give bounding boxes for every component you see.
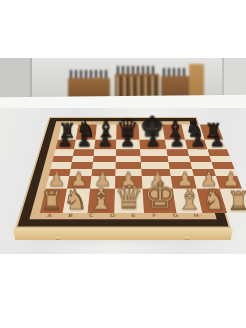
photo-content: ♜♞♝♛♚♝♞♜♟♟♟♟♟♟♟♟♟♟♟♟♟♟♟♟♜♞♝♛♚♝♞♜ ABCDEFG…	[0, 58, 246, 254]
square-d8: ♛	[116, 125, 139, 140]
file-label-f: F	[144, 213, 166, 219]
background-chess-set	[68, 78, 110, 98]
folding-box-side-edge	[13, 228, 233, 240]
file-label-a: A	[38, 213, 60, 219]
square-d4	[116, 162, 141, 169]
piece-white-bishop: ♝	[88, 184, 114, 214]
square-c2: ♟	[90, 176, 115, 189]
background-chess-box	[189, 64, 204, 98]
square-c7: ♟	[94, 140, 116, 150]
square-c8: ♝	[95, 125, 116, 140]
piece-white-king: ♚	[143, 178, 175, 214]
piece-white-pawn: ♟	[120, 170, 137, 189]
file-label-b: B	[59, 213, 81, 219]
miniature-pieces	[117, 66, 157, 74]
square-f2: ♟	[170, 176, 197, 189]
square-h8: ♜	[200, 125, 223, 140]
piece-white-knight: ♞	[63, 186, 88, 214]
file-label-d: D	[102, 213, 123, 219]
square-a2: ♟	[46, 176, 70, 189]
piece-white-pawn: ♟	[176, 170, 193, 189]
square-e1: ♚	[142, 189, 176, 213]
board-squares: ♜♞♝♛♚♝♞♜♟♟♟♟♟♟♟♟♟♟♟♟♟♟♟♟♜♞♝♛♚♝♞♜	[40, 125, 207, 213]
file-label-g: G	[165, 213, 187, 219]
piece-white-pawn: ♟	[70, 170, 87, 189]
square-b1: ♞	[63, 189, 90, 213]
square-h2: ♟	[216, 176, 241, 189]
file-label-h: H	[185, 213, 207, 219]
product-photo: ♜♞♝♛♚♝♞♜♟♟♟♟♟♟♟♟♟♟♟♟♟♟♟♟♜♞♝♛♚♝♞♜ ABCDEFG…	[0, 0, 246, 328]
file-labels: ABCDEFGH	[38, 213, 208, 219]
square-e2: ♟	[141, 176, 172, 189]
piece-white-pawn: ♟	[48, 170, 65, 189]
piece-black-rook: ♜	[205, 120, 223, 140]
miniature-pieces	[70, 70, 108, 78]
square-c1: ♝	[88, 189, 115, 213]
square-g4	[191, 162, 214, 169]
square-c4	[92, 162, 115, 169]
square-a7: ♟	[56, 140, 77, 150]
chess-board: ♜♞♝♛♚♝♞♜♟♟♟♟♟♟♟♟♟♟♟♟♟♟♟♟♜♞♝♛♚♝♞♜ ABCDEFG…	[15, 117, 231, 228]
square-h4	[212, 162, 234, 169]
square-b2: ♟	[67, 176, 91, 189]
square-d2: ♟	[115, 176, 142, 189]
square-b4	[71, 162, 93, 169]
square-e7: ♟	[139, 140, 166, 150]
square-d7: ♟	[116, 140, 140, 150]
chess-box-scene: ♜♞♝♛♚♝♞♜♟♟♟♟♟♟♟♟♟♟♟♟♟♟♟♟♜♞♝♛♚♝♞♜ ABCDEFG…	[7, 96, 239, 242]
file-label-c: C	[81, 213, 103, 219]
square-d1: ♛	[114, 189, 143, 213]
piece-white-pawn: ♟	[94, 170, 111, 189]
square-b8: ♞	[76, 125, 97, 140]
square-a4	[51, 162, 72, 169]
square-e8: ♚	[138, 125, 164, 140]
square-h7: ♟	[205, 140, 227, 150]
square-f4	[168, 162, 192, 169]
square-e4	[140, 162, 169, 169]
piece-white-pawn: ♟	[148, 170, 165, 189]
square-f7: ♟	[165, 140, 188, 150]
miniature-pieces	[163, 68, 187, 76]
square-h3	[214, 169, 237, 176]
square-a1: ♜	[40, 189, 68, 213]
square-b7: ♟	[74, 140, 95, 150]
file-label-e: E	[123, 213, 144, 219]
miniature-pieces	[117, 76, 157, 98]
